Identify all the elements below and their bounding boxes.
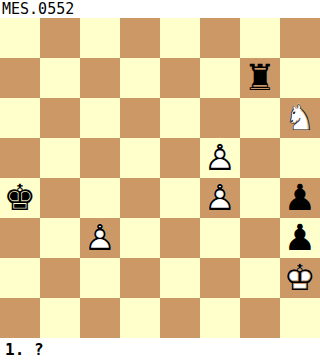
square-e5[interactable] [160, 138, 200, 178]
square-c4[interactable] [80, 178, 120, 218]
square-d5[interactable] [120, 138, 160, 178]
square-d2[interactable] [120, 258, 160, 298]
square-b7[interactable] [40, 58, 80, 98]
black-pawn-glyph: ♟ [280, 178, 320, 218]
square-b3[interactable] [40, 218, 80, 258]
move-prompt: 1. ? [5, 340, 44, 359]
square-h1[interactable] [280, 298, 320, 338]
square-d4[interactable] [120, 178, 160, 218]
white-knight-outline: ♘ [280, 98, 320, 138]
square-c7[interactable] [80, 58, 120, 98]
white-knight[interactable]: ♞♘ [280, 98, 320, 138]
square-f2[interactable] [200, 258, 240, 298]
square-c1[interactable] [80, 298, 120, 338]
square-f7[interactable] [200, 58, 240, 98]
white-pawn-outline: ♙ [200, 138, 240, 178]
square-e1[interactable] [160, 298, 200, 338]
square-b1[interactable] [40, 298, 80, 338]
move-prompt-bar: 1. ? [0, 338, 320, 360]
chess-board: ♜♞♘♟♙♚♟♙♟♟♙♟♚♔ [0, 18, 320, 338]
black-king-glyph: ♚ [0, 178, 40, 218]
white-king[interactable]: ♚♔ [280, 258, 320, 298]
square-g3[interactable] [240, 218, 280, 258]
white-king-outline: ♔ [280, 258, 320, 298]
square-f8[interactable] [200, 18, 240, 58]
square-e6[interactable] [160, 98, 200, 138]
square-e7[interactable] [160, 58, 200, 98]
square-f4[interactable]: ♟♙ [200, 178, 240, 218]
white-pawn[interactable]: ♟♙ [80, 218, 120, 258]
square-e4[interactable] [160, 178, 200, 218]
square-b8[interactable] [40, 18, 80, 58]
white-pawn-outline: ♙ [200, 178, 240, 218]
square-a8[interactable] [0, 18, 40, 58]
black-king[interactable]: ♚ [0, 178, 40, 218]
chess-puzzle-page: MES.0552 ♜♞♘♟♙♚♟♙♟♟♙♟♚♔ 1. ? [0, 0, 320, 360]
black-pawn[interactable]: ♟ [280, 178, 320, 218]
square-d8[interactable] [120, 18, 160, 58]
square-g7[interactable]: ♜ [240, 58, 280, 98]
square-a7[interactable] [0, 58, 40, 98]
square-h2[interactable]: ♚♔ [280, 258, 320, 298]
white-pawn[interactable]: ♟♙ [200, 178, 240, 218]
white-pawn[interactable]: ♟♙ [200, 138, 240, 178]
square-a6[interactable] [0, 98, 40, 138]
square-c6[interactable] [80, 98, 120, 138]
square-a1[interactable] [0, 298, 40, 338]
square-d7[interactable] [120, 58, 160, 98]
square-a5[interactable] [0, 138, 40, 178]
square-f3[interactable] [200, 218, 240, 258]
square-e2[interactable] [160, 258, 200, 298]
square-a4[interactable]: ♚ [0, 178, 40, 218]
square-f5[interactable]: ♟♙ [200, 138, 240, 178]
square-h7[interactable] [280, 58, 320, 98]
black-pawn-glyph: ♟ [280, 218, 320, 258]
white-pawn-outline: ♙ [80, 218, 120, 258]
square-b6[interactable] [40, 98, 80, 138]
square-c2[interactable] [80, 258, 120, 298]
square-c3[interactable]: ♟♙ [80, 218, 120, 258]
square-c8[interactable] [80, 18, 120, 58]
square-c5[interactable] [80, 138, 120, 178]
black-pawn[interactable]: ♟ [280, 218, 320, 258]
square-h6[interactable]: ♞♘ [280, 98, 320, 138]
diagram-header: MES.0552 [0, 0, 320, 18]
black-rook-glyph: ♜ [240, 58, 280, 98]
square-h4[interactable]: ♟ [280, 178, 320, 218]
square-f1[interactable] [200, 298, 240, 338]
black-rook[interactable]: ♜ [240, 58, 280, 98]
square-g4[interactable] [240, 178, 280, 218]
square-e8[interactable] [160, 18, 200, 58]
square-d1[interactable] [120, 298, 160, 338]
square-a2[interactable] [0, 258, 40, 298]
square-h3[interactable]: ♟ [280, 218, 320, 258]
square-g6[interactable] [240, 98, 280, 138]
square-b5[interactable] [40, 138, 80, 178]
square-d3[interactable] [120, 218, 160, 258]
square-b2[interactable] [40, 258, 80, 298]
square-g8[interactable] [240, 18, 280, 58]
square-g1[interactable] [240, 298, 280, 338]
square-e3[interactable] [160, 218, 200, 258]
diagram-id: MES.0552 [2, 0, 74, 18]
square-a3[interactable] [0, 218, 40, 258]
square-d6[interactable] [120, 98, 160, 138]
square-h5[interactable] [280, 138, 320, 178]
square-b4[interactable] [40, 178, 80, 218]
square-h8[interactable] [280, 18, 320, 58]
square-g5[interactable] [240, 138, 280, 178]
square-f6[interactable] [200, 98, 240, 138]
square-g2[interactable] [240, 258, 280, 298]
